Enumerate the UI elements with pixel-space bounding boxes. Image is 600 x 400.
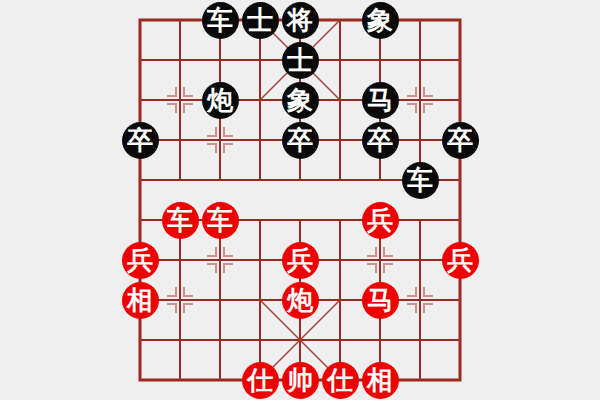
point-c1-r9[interactable] xyxy=(160,360,200,400)
point-c6-r2[interactable]: 马 xyxy=(360,80,400,120)
point-c8-r5[interactable] xyxy=(440,200,480,240)
piece-black-chariot[interactable]: 车 xyxy=(202,2,239,39)
piece-red-cannon[interactable]: 炮 xyxy=(282,282,319,319)
point-c3-r1[interactable] xyxy=(240,40,280,80)
point-c2-r9[interactable] xyxy=(200,360,240,400)
point-c6-r3[interactable]: 卒 xyxy=(360,120,400,160)
point-c7-r5[interactable] xyxy=(400,200,440,240)
point-c5-r4[interactable] xyxy=(320,160,360,200)
piece-red-advisor[interactable]: 仕 xyxy=(322,362,359,399)
point-c5-r5[interactable] xyxy=(320,200,360,240)
point-c3-r6[interactable] xyxy=(240,240,280,280)
point-c7-r3[interactable] xyxy=(400,120,440,160)
point-c8-r0[interactable] xyxy=(440,0,480,40)
piece-black-chariot[interactable]: 车 xyxy=(402,162,439,199)
point-c5-r0[interactable] xyxy=(320,0,360,40)
point-c8-r7[interactable] xyxy=(440,280,480,320)
point-c0-r5[interactable] xyxy=(120,200,160,240)
point-c7-r8[interactable] xyxy=(400,320,440,360)
point-c0-r8[interactable] xyxy=(120,320,160,360)
point-c1-r5[interactable]: 车 xyxy=(160,200,200,240)
piece-red-advisor[interactable]: 仕 xyxy=(242,362,279,399)
piece-black-elephant[interactable]: 象 xyxy=(282,82,319,119)
point-c2-r0[interactable]: 车 xyxy=(200,0,240,40)
point-c2-r5[interactable]: 车 xyxy=(200,200,240,240)
piece-red-horse[interactable]: 马 xyxy=(362,282,399,319)
point-c3-r0[interactable]: 士 xyxy=(240,0,280,40)
point-c8-r8[interactable] xyxy=(440,320,480,360)
point-c1-r2[interactable] xyxy=(160,80,200,120)
point-c4-r2[interactable]: 象 xyxy=(280,80,320,120)
point-c2-r7[interactable] xyxy=(200,280,240,320)
point-c3-r5[interactable] xyxy=(240,200,280,240)
piece-black-advisor[interactable]: 士 xyxy=(282,42,319,79)
piece-red-chariot[interactable]: 车 xyxy=(202,202,239,239)
point-c1-r8[interactable] xyxy=(160,320,200,360)
point-c6-r7[interactable]: 马 xyxy=(360,280,400,320)
point-c1-r0[interactable] xyxy=(160,0,200,40)
point-c7-r2[interactable] xyxy=(400,80,440,120)
point-c4-r6[interactable]: 兵 xyxy=(280,240,320,280)
point-c2-r8[interactable] xyxy=(200,320,240,360)
point-c2-r6[interactable] xyxy=(200,240,240,280)
point-c7-r0[interactable] xyxy=(400,0,440,40)
point-c4-r3[interactable]: 卒 xyxy=(280,120,320,160)
xiangqi-board: 车士将象士炮象马卒卒卒卒车车车兵兵兵兵相炮马仕帅仕相 xyxy=(120,0,480,400)
piece-black-elephant[interactable]: 象 xyxy=(362,2,399,39)
point-c4-r7[interactable]: 炮 xyxy=(280,280,320,320)
piece-black-soldier[interactable]: 卒 xyxy=(282,122,319,159)
point-c2-r2[interactable]: 炮 xyxy=(200,80,240,120)
point-c8-r1[interactable] xyxy=(440,40,480,80)
point-c1-r1[interactable] xyxy=(160,40,200,80)
piece-black-horse[interactable]: 马 xyxy=(362,82,399,119)
piece-red-chariot[interactable]: 车 xyxy=(162,202,199,239)
point-c0-r6[interactable]: 兵 xyxy=(120,240,160,280)
piece-red-soldier[interactable]: 兵 xyxy=(282,242,319,279)
point-c0-r2[interactable] xyxy=(120,80,160,120)
point-c6-r9[interactable]: 相 xyxy=(360,360,400,400)
point-c0-r0[interactable] xyxy=(120,0,160,40)
piece-red-general[interactable]: 帅 xyxy=(282,362,319,399)
point-c5-r2[interactable] xyxy=(320,80,360,120)
point-c3-r8[interactable] xyxy=(240,320,280,360)
point-c5-r7[interactable] xyxy=(320,280,360,320)
point-c5-r3[interactable] xyxy=(320,120,360,160)
point-c6-r0[interactable]: 象 xyxy=(360,0,400,40)
point-c6-r4[interactable] xyxy=(360,160,400,200)
piece-black-soldier[interactable]: 卒 xyxy=(442,122,479,159)
point-c8-r9[interactable] xyxy=(440,360,480,400)
point-c6-r8[interactable] xyxy=(360,320,400,360)
point-c7-r4[interactable]: 车 xyxy=(400,160,440,200)
point-c8-r4[interactable] xyxy=(440,160,480,200)
point-c0-r7[interactable]: 相 xyxy=(120,280,160,320)
point-c1-r7[interactable] xyxy=(160,280,200,320)
piece-red-soldier[interactable]: 兵 xyxy=(362,202,399,239)
piece-black-general[interactable]: 将 xyxy=(282,2,319,39)
point-c8-r3[interactable]: 卒 xyxy=(440,120,480,160)
piece-red-elephant[interactable]: 相 xyxy=(362,362,399,399)
point-c0-r9[interactable] xyxy=(120,360,160,400)
point-c1-r6[interactable] xyxy=(160,240,200,280)
point-c4-r9[interactable]: 帅 xyxy=(280,360,320,400)
point-c5-r6[interactable] xyxy=(320,240,360,280)
point-c6-r1[interactable] xyxy=(360,40,400,80)
point-c4-r4[interactable] xyxy=(280,160,320,200)
piece-red-soldier[interactable]: 兵 xyxy=(442,242,479,279)
point-c2-r1[interactable] xyxy=(200,40,240,80)
point-c4-r8[interactable] xyxy=(280,320,320,360)
point-c5-r1[interactable] xyxy=(320,40,360,80)
point-c3-r3[interactable] xyxy=(240,120,280,160)
point-c5-r9[interactable]: 仕 xyxy=(320,360,360,400)
point-c6-r5[interactable]: 兵 xyxy=(360,200,400,240)
point-c3-r7[interactable] xyxy=(240,280,280,320)
point-c3-r9[interactable]: 仕 xyxy=(240,360,280,400)
xiangqi-board-container: 车士将象士炮象马卒卒卒卒车车车兵兵兵兵相炮马仕帅仕相 xyxy=(0,0,600,400)
point-c4-r5[interactable] xyxy=(280,200,320,240)
point-c7-r1[interactable] xyxy=(400,40,440,80)
piece-red-soldier[interactable]: 兵 xyxy=(122,242,159,279)
point-c8-r6[interactable]: 兵 xyxy=(440,240,480,280)
piece-black-soldier[interactable]: 卒 xyxy=(122,122,159,159)
point-c2-r4[interactable] xyxy=(200,160,240,200)
point-c6-r6[interactable] xyxy=(360,240,400,280)
point-c5-r8[interactable] xyxy=(320,320,360,360)
piece-black-cannon[interactable]: 炮 xyxy=(202,82,239,119)
piece-red-elephant[interactable]: 相 xyxy=(122,282,159,319)
piece-black-soldier[interactable]: 卒 xyxy=(362,122,399,159)
point-c7-r9[interactable] xyxy=(400,360,440,400)
point-c3-r2[interactable] xyxy=(240,80,280,120)
point-c4-r0[interactable]: 将 xyxy=(280,0,320,40)
point-c4-r1[interactable]: 士 xyxy=(280,40,320,80)
point-c0-r1[interactable] xyxy=(120,40,160,80)
point-c7-r7[interactable] xyxy=(400,280,440,320)
point-c1-r4[interactable] xyxy=(160,160,200,200)
point-c0-r3[interactable]: 卒 xyxy=(120,120,160,160)
point-c7-r6[interactable] xyxy=(400,240,440,280)
point-c1-r3[interactable] xyxy=(160,120,200,160)
piece-black-advisor[interactable]: 士 xyxy=(242,2,279,39)
point-c0-r4[interactable] xyxy=(120,160,160,200)
point-c3-r4[interactable] xyxy=(240,160,280,200)
point-c8-r2[interactable] xyxy=(440,80,480,120)
point-c2-r3[interactable] xyxy=(200,120,240,160)
